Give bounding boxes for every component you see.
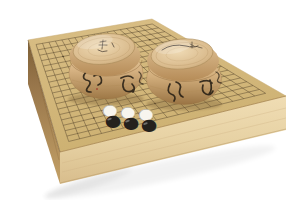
go-bowl-right [146,36,222,110]
go-stone-black: ● [141,116,158,134]
go-stones: ●●●●●● [102,101,157,134]
go-set-product-photo: ●●●●●● [0,0,300,200]
svg-text:●: ● [105,111,122,129]
svg-text:●: ● [141,116,158,134]
go-stone-black: ● [123,113,140,131]
svg-text:●: ● [123,113,140,131]
go-stone-black: ● [105,111,122,129]
red-seal-mark [96,88,98,90]
go-set-scene: ●●●●●● [0,0,300,200]
